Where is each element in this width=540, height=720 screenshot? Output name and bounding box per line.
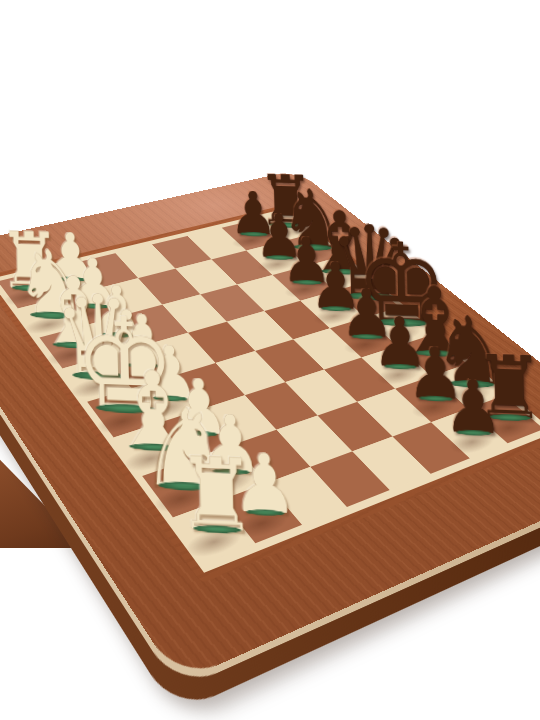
square-h1[interactable]: ♜	[173, 500, 255, 563]
square-h7[interactable]: ♟	[431, 409, 507, 459]
board-frame: ♜♟♟♜♞♟♟♞♝♟♟♝♛♟♟♛♚♟♟♚♝♟♟♝♞♟♟♞♜♟♟♜	[0, 204, 540, 583]
chess-table-photo: ♜♟♟♜♞♟♟♞♝♟♟♝♛♟♟♛♚♟♟♚♝♟♟♝♞♟♟♞♜♟♟♜	[0, 0, 540, 720]
piece-white-rook[interactable]: ♜	[128, 452, 306, 539]
maple-border-line: ♜♟♟♜♞♟♟♞♝♟♟♝♛♟♟♛♚♟♟♚♝♟♟♝♞♟♟♞♜♟♟♜	[0, 208, 540, 573]
chessboard: ♜♟♟♜♞♟♟♞♝♟♟♝♛♟♟♛♚♟♟♚♝♟♟♝♞♟♟♞♜♟♟♜	[0, 212, 540, 563]
scene: ♜♟♟♜♞♟♟♞♝♟♟♝♛♟♟♛♚♟♟♚♝♟♟♝♞♟♟♞♜♟♟♜	[0, 0, 540, 720]
chess-table-top: ♜♟♟♜♞♟♟♞♝♟♟♝♛♟♟♛♚♟♟♚♝♟♟♝♞♟♟♞♜♟♟♜	[0, 170, 540, 682]
